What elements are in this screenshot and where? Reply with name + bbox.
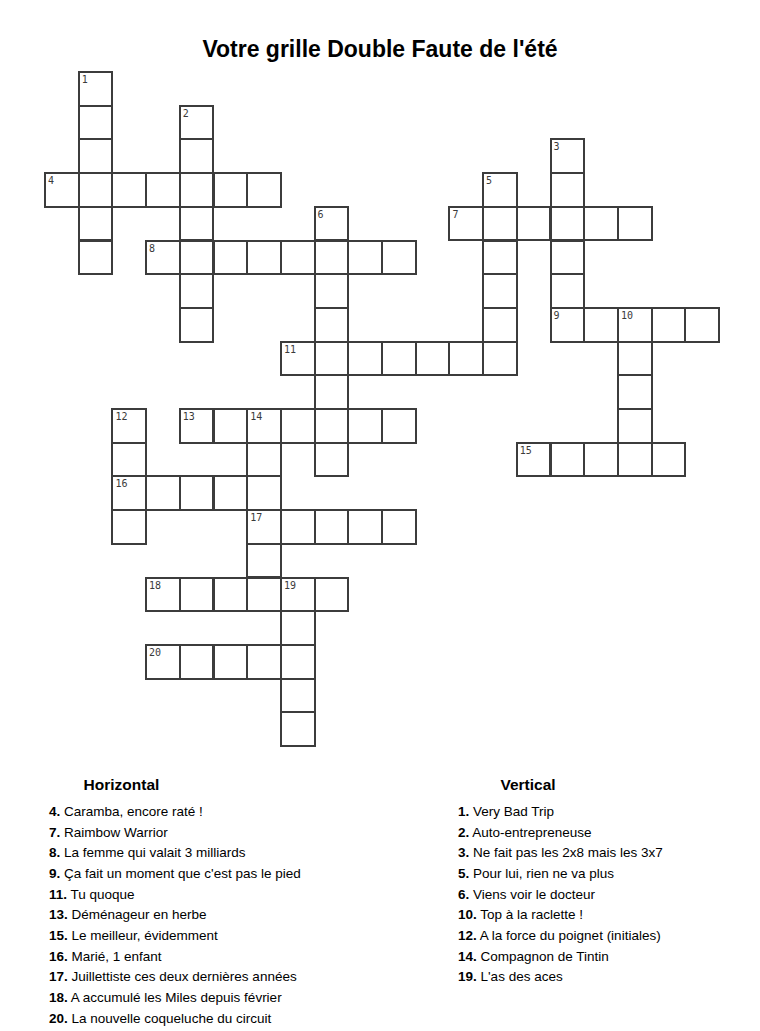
grid-cell[interactable] xyxy=(482,273,518,309)
grid-cell[interactable]: 18 xyxy=(145,577,181,613)
clue-number: 15. xyxy=(49,928,68,943)
grid-clue-number: 17 xyxy=(250,512,262,523)
clue-number: 7. xyxy=(49,825,60,840)
grid-clue-number: 13 xyxy=(183,411,195,422)
clue-item: 17. Juillettiste ces deux dernières anné… xyxy=(49,967,379,988)
grid-cell[interactable]: 10 xyxy=(617,307,653,343)
grid-cell[interactable]: 11 xyxy=(280,341,316,377)
clue-text: Juillettiste ces deux dernières années xyxy=(68,969,297,984)
grid-cell[interactable] xyxy=(246,172,282,208)
clue-text: Déménageur en herbe xyxy=(68,907,207,922)
grid-cell[interactable] xyxy=(583,442,619,478)
clue-number: 10. xyxy=(458,907,477,922)
grid-cell[interactable] xyxy=(347,509,383,545)
grid-cell[interactable] xyxy=(213,577,249,613)
grid-clue-number: 3 xyxy=(554,141,560,152)
down-clues-list: 1. Very Bad Trip2. Auto-entrepreneuse3. … xyxy=(458,802,758,988)
grid-clue-number: 12 xyxy=(115,411,127,422)
grid-cell[interactable]: 15 xyxy=(516,442,552,478)
grid-cell[interactable] xyxy=(516,206,552,242)
clue-number: 16. xyxy=(49,949,68,964)
grid-clue-number: 4 xyxy=(48,175,54,186)
grid-cell[interactable] xyxy=(213,644,249,680)
clue-number: 8. xyxy=(49,845,60,860)
grid-cell[interactable] xyxy=(78,105,114,141)
grid-cell[interactable] xyxy=(280,711,316,747)
clue-number: 19. xyxy=(458,969,477,984)
clue-number: 14. xyxy=(458,949,477,964)
grid-cell[interactable] xyxy=(347,240,383,276)
grid-cell[interactable] xyxy=(179,138,215,174)
grid-cell[interactable]: 1 xyxy=(78,71,114,107)
grid-cell[interactable] xyxy=(550,442,586,478)
grid-cell[interactable] xyxy=(617,341,653,377)
grid-cell[interactable] xyxy=(78,172,114,208)
grid-cell[interactable] xyxy=(381,240,417,276)
grid-cell[interactable] xyxy=(111,172,147,208)
grid-cell[interactable] xyxy=(145,172,181,208)
grid-cell[interactable] xyxy=(314,341,350,377)
grid-cell[interactable] xyxy=(78,240,114,276)
grid-cell[interactable] xyxy=(617,442,653,478)
clue-number: 12. xyxy=(458,928,477,943)
clue-item: 4. Caramba, encore raté ! xyxy=(49,802,379,823)
clue-text: Ne fait pas les 2x8 mais les 3x7 xyxy=(469,845,663,860)
grid-cell[interactable] xyxy=(550,240,586,276)
grid-cell[interactable] xyxy=(179,172,215,208)
grid-cell[interactable] xyxy=(583,307,619,343)
clue-item: 14. Compagnon de Tintin xyxy=(458,947,758,968)
grid-cell[interactable]: 14 xyxy=(246,408,282,444)
grid-cell[interactable] xyxy=(111,509,147,545)
grid-clue-number: 1 xyxy=(82,74,88,85)
grid-cell[interactable] xyxy=(280,678,316,714)
grid-cell[interactable] xyxy=(314,408,350,444)
clue-item: 16. Marié, 1 enfant xyxy=(49,947,379,968)
page-title: Votre grille Double Faute de l'été xyxy=(0,36,760,63)
grid-cell[interactable]: 16 xyxy=(111,475,147,511)
grid-cell[interactable]: 4 xyxy=(44,172,80,208)
clue-text: L'as des aces xyxy=(477,969,563,984)
grid-cell[interactable] xyxy=(550,172,586,208)
grid-clue-number: 16 xyxy=(115,478,127,489)
grid-cell[interactable] xyxy=(179,577,215,613)
clue-text: Le meilleur, évidemment xyxy=(68,928,218,943)
grid-cell[interactable]: 9 xyxy=(550,307,586,343)
grid-cell[interactable] xyxy=(314,442,350,478)
grid-cell[interactable]: 19 xyxy=(280,577,316,613)
clue-text: Viens voir le docteur xyxy=(469,887,595,902)
grid-cell[interactable] xyxy=(78,138,114,174)
grid-cell[interactable] xyxy=(583,206,619,242)
clue-number: 9. xyxy=(49,866,60,881)
clue-item: 10. Top à la raclette ! xyxy=(458,905,758,926)
grid-cell[interactable] xyxy=(651,442,687,478)
clue-item: 12. A la force du poignet (initiales) xyxy=(458,926,758,947)
clue-text: La nouvelle coqueluche du circuit xyxy=(68,1011,271,1026)
grid-cell[interactable]: 5 xyxy=(482,172,518,208)
clue-item: 8. La femme qui valait 3 milliards xyxy=(49,843,379,864)
grid-cell[interactable] xyxy=(280,644,316,680)
grid-cell[interactable] xyxy=(213,475,249,511)
clue-item: 5. Pour lui, rien ne va plus xyxy=(458,864,758,885)
grid-cell[interactable] xyxy=(78,206,114,242)
grid-cell[interactable]: 3 xyxy=(550,138,586,174)
clue-number: 6. xyxy=(458,887,469,902)
grid-cell[interactable] xyxy=(482,307,518,343)
clue-text: Auto-entrepreneuse xyxy=(469,825,591,840)
grid-clue-number: 10 xyxy=(621,310,633,321)
across-clues-title: Horizontal xyxy=(49,775,194,794)
grid-clue-number: 18 xyxy=(149,580,161,591)
clue-item: 11. Tu quoque xyxy=(49,885,379,906)
down-clues-title: Vertical xyxy=(458,775,598,794)
clue-text: Very Bad Trip xyxy=(469,804,554,819)
clue-text: Raimbow Warrior xyxy=(60,825,168,840)
grid-cell[interactable] xyxy=(381,408,417,444)
clue-text: Compagnon de Tintin xyxy=(477,949,609,964)
grid-cell[interactable]: 8 xyxy=(145,240,181,276)
clue-item: 19. L'as des aces xyxy=(458,967,758,988)
grid-cell[interactable] xyxy=(246,543,282,579)
clue-number: 2. xyxy=(458,825,469,840)
clue-text: A accumulé les Miles depuis février xyxy=(68,990,282,1005)
grid-cell[interactable] xyxy=(347,408,383,444)
grid-cell[interactable] xyxy=(381,509,417,545)
grid-cell[interactable] xyxy=(617,408,653,444)
grid-cell[interactable]: 12 xyxy=(111,408,147,444)
clue-item: 20. La nouvelle coqueluche du circuit xyxy=(49,1009,379,1030)
grid-clue-number: 15 xyxy=(520,445,532,456)
grid-clue-number: 20 xyxy=(149,647,161,658)
grid-cell[interactable] xyxy=(314,374,350,410)
grid-clue-number: 8 xyxy=(149,243,155,254)
grid-cell[interactable] xyxy=(314,509,350,545)
grid-cell[interactable] xyxy=(246,240,282,276)
clue-number: 5. xyxy=(458,866,469,881)
grid-cell[interactable] xyxy=(213,172,249,208)
clue-number: 20. xyxy=(49,1011,68,1026)
grid-cell[interactable] xyxy=(179,240,215,276)
grid-cell[interactable] xyxy=(213,240,249,276)
clue-text: La femme qui valait 3 milliards xyxy=(60,845,245,860)
grid-clue-number: 19 xyxy=(284,580,296,591)
grid-cell[interactable]: 7 xyxy=(448,206,484,242)
clue-item: 3. Ne fait pas les 2x8 mais les 3x7 xyxy=(458,843,758,864)
grid-clue-number: 11 xyxy=(284,344,296,355)
clue-text: Top à la raclette ! xyxy=(477,907,583,922)
clue-item: 9. Ça fait un moment que c'est pas le pi… xyxy=(49,864,379,885)
grid-cell[interactable] xyxy=(280,509,316,545)
clue-item: 18. A accumulé les Miles depuis février xyxy=(49,988,379,1009)
grid-cell[interactable] xyxy=(280,610,316,646)
grid-clue-number: 2 xyxy=(183,108,189,119)
grid-clue-number: 6 xyxy=(318,209,324,220)
grid-cell[interactable] xyxy=(179,206,215,242)
clue-item: 13. Déménageur en herbe xyxy=(49,905,379,926)
grid-cell[interactable] xyxy=(213,408,249,444)
grid-cell[interactable] xyxy=(314,577,350,613)
clue-text: Ça fait un moment que c'est pas le pied xyxy=(60,866,300,881)
across-clues-section: Horizontal 4. Caramba, encore raté !7. R… xyxy=(49,775,379,1029)
clue-text: Pour lui, rien ne va plus xyxy=(469,866,614,881)
grid-cell[interactable] xyxy=(482,240,518,276)
clue-item: 2. Auto-entrepreneuse xyxy=(458,823,758,844)
grid-cell[interactable] xyxy=(550,273,586,309)
grid-cell[interactable] xyxy=(179,475,215,511)
grid-cell[interactable] xyxy=(314,273,350,309)
grid-cell[interactable] xyxy=(314,307,350,343)
clue-number: 18. xyxy=(49,990,68,1005)
grid-cell[interactable] xyxy=(179,273,215,309)
grid-cell[interactable] xyxy=(651,307,687,343)
grid-clue-number: 14 xyxy=(250,411,262,422)
clue-item: 15. Le meilleur, évidemment xyxy=(49,926,379,947)
clue-text: Marié, 1 enfant xyxy=(68,949,162,964)
grid-cell[interactable] xyxy=(347,341,383,377)
grid-cell[interactable] xyxy=(482,341,518,377)
clue-item: 1. Very Bad Trip xyxy=(458,802,758,823)
grid-cell[interactable] xyxy=(246,577,282,613)
clue-number: 3. xyxy=(458,845,469,860)
clue-number: 17. xyxy=(49,969,68,984)
grid-cell[interactable] xyxy=(280,240,316,276)
grid-cell[interactable]: 2 xyxy=(179,105,215,141)
grid-cell[interactable] xyxy=(381,341,417,377)
grid-cell[interactable] xyxy=(111,442,147,478)
grid-cell[interactable] xyxy=(246,442,282,478)
clue-item: 6. Viens voir le docteur xyxy=(458,885,758,906)
grid-cell[interactable]: 13 xyxy=(179,408,215,444)
grid-cell[interactable] xyxy=(448,341,484,377)
grid-cell[interactable] xyxy=(617,374,653,410)
grid-cell[interactable] xyxy=(246,475,282,511)
clue-text: A la force du poignet (initiales) xyxy=(477,928,661,943)
grid-cell[interactable]: 17 xyxy=(246,509,282,545)
grid-cell[interactable] xyxy=(179,644,215,680)
across-clues-list: 4. Caramba, encore raté !7. Raimbow Warr… xyxy=(49,802,379,1029)
clue-item: 7. Raimbow Warrior xyxy=(49,823,379,844)
grid-cell[interactable] xyxy=(415,341,451,377)
clue-number: 4. xyxy=(49,804,60,819)
clue-text: Tu quoque xyxy=(67,887,135,902)
grid-cell[interactable] xyxy=(617,206,653,242)
grid-clue-number: 7 xyxy=(452,209,458,220)
grid-cell[interactable] xyxy=(482,206,518,242)
clue-text: Caramba, encore raté ! xyxy=(60,804,203,819)
grid-cell[interactable] xyxy=(550,206,586,242)
grid-cell[interactable]: 20 xyxy=(145,644,181,680)
clue-number: 11. xyxy=(49,887,67,902)
down-clues-section: Vertical 1. Very Bad Trip2. Auto-entrepr… xyxy=(458,775,758,988)
grid-cell[interactable]: 6 xyxy=(314,206,350,242)
crossword-grid: 1234567891011121314151617181920 xyxy=(44,71,718,745)
grid-cell[interactable] xyxy=(145,475,181,511)
clue-number: 1. xyxy=(458,804,469,819)
grid-cell[interactable] xyxy=(179,307,215,343)
grid-clue-number: 5 xyxy=(486,175,492,186)
grid-clue-number: 9 xyxy=(554,310,560,321)
grid-cell[interactable] xyxy=(246,644,282,680)
grid-cell[interactable] xyxy=(314,240,350,276)
grid-cell[interactable] xyxy=(684,307,720,343)
clue-number: 13. xyxy=(49,907,68,922)
grid-cell[interactable] xyxy=(280,408,316,444)
